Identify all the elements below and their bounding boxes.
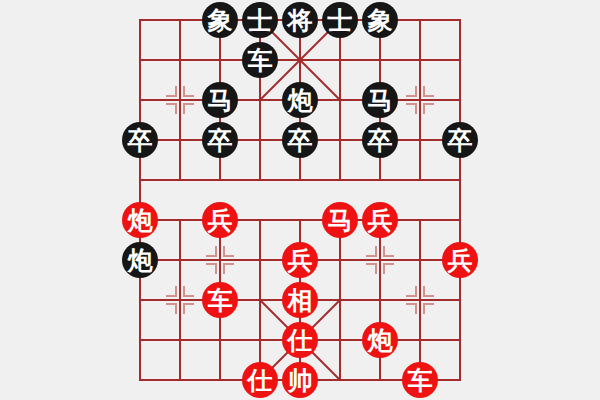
piece-black-soldier[interactable]: 卒 xyxy=(202,122,238,158)
piece-black-advisor[interactable]: 士 xyxy=(322,2,358,38)
piece-red-elephant[interactable]: 相 xyxy=(282,282,318,318)
piece-red-advisor[interactable]: 仕 xyxy=(282,322,318,358)
piece-red-general[interactable]: 帅 xyxy=(282,362,318,398)
piece-black-elephant[interactable]: 象 xyxy=(202,2,238,38)
piece-red-chariot[interactable]: 车 xyxy=(402,362,438,398)
piece-black-soldier[interactable]: 卒 xyxy=(362,122,398,158)
piece-black-soldier[interactable]: 卒 xyxy=(442,122,478,158)
piece-black-general[interactable]: 将 xyxy=(282,2,318,38)
point-marker xyxy=(366,246,394,274)
board-grid: 象士将士象车马炮马卒卒卒卒卒炮兵马兵炮兵兵车相仕炮仕帅车 xyxy=(120,0,480,400)
piece-black-cannon[interactable]: 炮 xyxy=(282,82,318,118)
piece-red-advisor[interactable]: 仕 xyxy=(242,362,278,398)
point-marker xyxy=(206,246,234,274)
piece-black-elephant[interactable]: 象 xyxy=(362,2,398,38)
point-marker xyxy=(406,86,434,114)
piece-red-cannon[interactable]: 炮 xyxy=(122,202,158,238)
piece-black-advisor[interactable]: 士 xyxy=(242,2,278,38)
piece-red-horse[interactable]: 马 xyxy=(322,202,358,238)
piece-black-cannon[interactable]: 炮 xyxy=(122,242,158,278)
piece-red-cannon[interactable]: 炮 xyxy=(362,322,398,358)
piece-black-horse[interactable]: 马 xyxy=(202,82,238,118)
piece-black-soldier[interactable]: 卒 xyxy=(122,122,158,158)
point-marker xyxy=(166,286,194,314)
piece-red-soldier[interactable]: 兵 xyxy=(362,202,398,238)
xiangqi-board: 象士将士象车马炮马卒卒卒卒卒炮兵马兵炮兵兵车相仕炮仕帅车 xyxy=(0,0,600,400)
piece-black-soldier[interactable]: 卒 xyxy=(282,122,318,158)
piece-red-soldier[interactable]: 兵 xyxy=(282,242,318,278)
piece-black-chariot[interactable]: 车 xyxy=(242,42,278,78)
piece-red-chariot[interactable]: 车 xyxy=(202,282,238,318)
point-marker xyxy=(166,86,194,114)
piece-red-soldier[interactable]: 兵 xyxy=(202,202,238,238)
piece-black-horse[interactable]: 马 xyxy=(362,82,398,118)
piece-red-soldier[interactable]: 兵 xyxy=(442,242,478,278)
point-marker xyxy=(406,286,434,314)
